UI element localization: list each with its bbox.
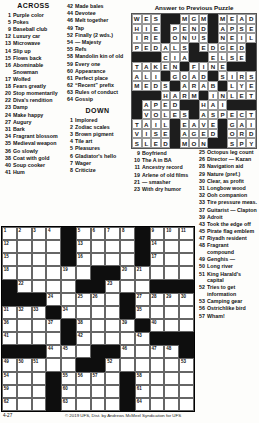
grid-cell[interactable]: 53 <box>179 358 194 371</box>
grid-block <box>120 385 135 398</box>
grid-cell[interactable]: 63 <box>61 398 76 411</box>
grid-cell[interactable] <box>164 319 179 332</box>
answer-cell: A <box>189 119 199 129</box>
grid-cell[interactable]: 14 <box>150 240 165 253</box>
down-clue-9: 9Boyfriend <box>131 150 193 157</box>
answer-cell: M <box>218 14 228 24</box>
grid-cell[interactable] <box>17 266 32 279</box>
grid-cell[interactable]: 13 <box>76 240 91 253</box>
grid-cell[interactable]: 56 <box>76 372 91 385</box>
grid-cell[interactable]: 8 <box>120 227 135 240</box>
answer-cell: E <box>227 110 237 120</box>
answer-block <box>246 100 256 110</box>
grid-cell[interactable]: 12 <box>2 240 17 253</box>
across-clue-34: 34Fragrant blossom <box>2 133 61 140</box>
grid-cell[interactable] <box>105 372 120 385</box>
grid-cell[interactable] <box>164 253 179 266</box>
clue-text: Refs <box>75 46 127 53</box>
grid-cell[interactable] <box>179 398 194 411</box>
answer-cell: S <box>151 14 161 24</box>
grid-cell[interactable] <box>32 332 47 345</box>
cell-number: 20 <box>122 267 127 272</box>
grid-cell[interactable] <box>91 306 106 319</box>
clue-text: Tire pressure meas. <box>207 199 257 206</box>
grid-cell[interactable] <box>76 266 91 279</box>
grid-cell[interactable] <box>32 266 47 279</box>
clue-number: 19 <box>131 172 142 179</box>
grid-cell[interactable]: 17 <box>150 253 165 266</box>
grid-cell[interactable]: 45 <box>61 345 76 358</box>
answer-cell: E <box>227 14 237 24</box>
answer-cell: I <box>208 91 218 101</box>
answer-block <box>180 62 190 72</box>
grid-cell[interactable] <box>179 385 194 398</box>
grid-cell[interactable] <box>179 266 194 279</box>
cell-number: 62 <box>4 399 9 404</box>
grid-cell[interactable]: 35 <box>135 306 150 319</box>
grid-cell[interactable] <box>179 319 194 332</box>
clue-number: 3 <box>64 131 75 138</box>
clue-text: Rules of conduct <box>75 89 127 96</box>
grid-block <box>164 280 179 293</box>
grid-cell[interactable] <box>164 398 179 411</box>
grid-cell[interactable]: 19 <box>61 266 76 279</box>
answer-cell: S <box>208 110 218 120</box>
grid-cell[interactable]: 5 <box>76 227 91 240</box>
grid-block <box>17 293 32 306</box>
clue-number: 50 <box>196 263 207 270</box>
grid-cell[interactable]: 16 <box>76 253 91 266</box>
grid-cell[interactable] <box>32 385 47 398</box>
grid-cell[interactable] <box>179 253 194 266</box>
grid-cell[interactable] <box>179 240 194 253</box>
grid-cell[interactable]: 51 <box>32 358 47 371</box>
cell-number: 44 <box>48 346 53 351</box>
grid-cell[interactable]: 62 <box>2 398 17 411</box>
grid-cell[interactable]: 27 <box>135 293 150 306</box>
answer-cell: E <box>199 129 209 139</box>
grid-cell[interactable] <box>91 398 106 411</box>
grid-cell[interactable] <box>46 240 61 253</box>
answer-cell: E <box>161 62 171 72</box>
grid-cell[interactable]: 6 <box>91 227 106 240</box>
grid-cell[interactable] <box>120 358 135 371</box>
cell-number: 40 <box>151 320 156 325</box>
cell-number: 2 <box>19 228 22 233</box>
grid-cell[interactable]: 38 <box>76 319 91 332</box>
answer-cell: V <box>132 129 142 139</box>
cell-number: 22 <box>19 281 24 286</box>
across-clue-52: 52Finally (2 wds.) <box>64 32 127 39</box>
grid-cell[interactable] <box>46 332 61 345</box>
answer-block <box>170 14 180 24</box>
grid-cell[interactable]: 11 <box>179 227 194 240</box>
answer-block <box>180 100 190 110</box>
grid-cell[interactable] <box>105 385 120 398</box>
grid-cell[interactable] <box>105 398 120 411</box>
answer-cell: D <box>246 14 256 24</box>
grid-cell[interactable] <box>135 345 150 358</box>
grid-cell[interactable]: 29 <box>164 293 179 306</box>
grid-cell[interactable] <box>32 253 47 266</box>
answer-cell: S <box>218 71 228 81</box>
grid-cell[interactable] <box>135 280 150 293</box>
grid-cell[interactable] <box>76 306 91 319</box>
grid-cell[interactable]: 46 <box>120 345 135 358</box>
grid-cell[interactable] <box>164 306 179 319</box>
grid-cell[interactable] <box>164 385 179 398</box>
clue-text: Diva's rendition <box>13 97 61 104</box>
clue-text: Long river <box>207 263 257 270</box>
answer-block <box>142 91 152 101</box>
clue-text: Stop momentarily <box>13 90 61 97</box>
grid-cell[interactable] <box>120 253 135 266</box>
grid-cell[interactable] <box>105 306 120 319</box>
grid-block <box>135 319 150 332</box>
answer-cell: E <box>142 14 152 24</box>
answer-cell: F <box>189 62 199 72</box>
grid-cell[interactable]: 59 <box>2 385 17 398</box>
clue-number: 35 <box>2 140 13 147</box>
answer-cell: E <box>199 43 209 53</box>
clue-text: The A in BA <box>142 157 193 164</box>
grid-cell[interactable] <box>91 332 106 345</box>
grid-cell[interactable] <box>164 372 179 385</box>
grid-cell[interactable] <box>179 306 194 319</box>
grid-cell[interactable]: 40 <box>150 319 165 332</box>
answer-cell: N <box>218 33 228 43</box>
grid-cell[interactable]: 15 <box>2 253 17 266</box>
down-clue-49: 49Genghis — <box>196 256 257 263</box>
across-clue-20: 20Stop momentarily <box>2 90 61 97</box>
cell-number: 47 <box>151 346 156 351</box>
grid-cell[interactable] <box>32 398 47 411</box>
cell-number: 31 <box>4 307 9 312</box>
clue-number: 38 <box>2 155 13 162</box>
grid-cell[interactable]: 24 <box>46 293 61 306</box>
grid-cell[interactable] <box>61 293 76 306</box>
answer-cell: D <box>208 43 218 53</box>
answer-cell: A <box>142 119 152 129</box>
clue-text: Ancestry record <box>142 164 193 171</box>
cell-number: 42 <box>78 333 83 338</box>
grid-cell[interactable] <box>17 253 32 266</box>
grid-cell[interactable]: 30 <box>179 293 194 306</box>
cell-number: 43 <box>137 333 142 338</box>
grid-cell[interactable] <box>105 293 120 306</box>
grid-cell[interactable]: 22 <box>17 280 32 293</box>
cell-number: 5 <box>78 228 81 233</box>
grid-cell[interactable]: 37 <box>46 319 61 332</box>
grid-cell[interactable]: 9 <box>150 227 165 240</box>
grid-cell[interactable]: 7 <box>105 227 120 240</box>
grid-block <box>46 372 61 385</box>
cell-number: 60 <box>63 386 68 391</box>
answer-cell: E <box>151 138 161 148</box>
grid-cell[interactable]: 23 <box>105 280 120 293</box>
clue-text: Hum <box>13 169 61 176</box>
down-clue-5: 5Pleasures <box>64 145 127 152</box>
grid-cell[interactable] <box>135 358 150 371</box>
grid-cell[interactable] <box>91 240 106 253</box>
puzzle-grid: 1234567891011121314151617181920212223242… <box>1 226 195 412</box>
cell-number: 59 <box>4 386 9 391</box>
cell-number: 11 <box>181 228 186 233</box>
grid-cell[interactable]: 21 <box>135 266 150 279</box>
clue-text: Luxury car <box>13 33 61 40</box>
grid-cell[interactable]: 55 <box>61 372 76 385</box>
answer-cell: W <box>132 14 142 24</box>
clue-number: 47 <box>196 235 207 242</box>
grid-cell[interactable]: 50 <box>17 358 32 371</box>
clue-number: 10 <box>131 157 142 164</box>
grid-cell[interactable]: 44 <box>46 345 61 358</box>
down-clue-43: 43Took the edge off <box>196 221 257 228</box>
grid-block <box>2 293 17 306</box>
answer-cell: K <box>151 62 161 72</box>
answer-cell: P <box>218 110 228 120</box>
clue-number: 26 <box>196 156 207 163</box>
answer-block <box>161 14 171 24</box>
down-clue-21: 21— smasher <box>131 179 193 186</box>
grid-cell[interactable] <box>164 358 179 371</box>
grid-cell[interactable] <box>46 266 61 279</box>
across-clue-24: 24Make happy <box>2 112 61 119</box>
grid-cell[interactable]: 18 <box>2 266 17 279</box>
clue-number: 7 <box>64 160 75 167</box>
cell-number: 1 <box>4 228 7 233</box>
grid-cell[interactable]: 49 <box>2 358 17 371</box>
answer-cell: M <box>199 14 209 24</box>
across-clue-27: 27Augury <box>2 119 61 126</box>
cell-number: 52 <box>107 359 112 364</box>
grid-cell[interactable]: 3 <box>32 227 47 240</box>
grid-cell[interactable] <box>91 253 106 266</box>
grid-cell[interactable] <box>120 240 135 253</box>
grid-cell[interactable] <box>179 372 194 385</box>
grid-cell[interactable] <box>46 358 61 371</box>
answer-cell: Y <box>246 138 256 148</box>
answer-cell: Y <box>237 81 247 91</box>
grid-cell[interactable] <box>164 240 179 253</box>
cell-number: 64 <box>137 399 142 404</box>
grid-cell[interactable]: 48 <box>164 345 179 358</box>
grid-cell[interactable]: 60 <box>61 385 76 398</box>
grid-cell[interactable] <box>46 280 61 293</box>
grid-cell[interactable] <box>150 398 165 411</box>
across-clue-41: 41Hum <box>2 169 61 176</box>
answer-block <box>189 100 199 110</box>
grid-cell[interactable]: 57 <box>91 372 106 385</box>
clue-number: 54 <box>64 39 75 46</box>
grid-cell[interactable]: 32 <box>17 306 32 319</box>
clue-text: Wham! <box>207 313 257 320</box>
grid-cell[interactable] <box>17 319 32 332</box>
grid-cell[interactable] <box>120 280 135 293</box>
clue-text: Fragrant compound <box>207 242 257 255</box>
grid-block <box>76 358 91 371</box>
down-clue-8: 8Criticize <box>64 167 127 174</box>
answer-cell: D <box>199 24 209 34</box>
across-clue-13: 13Microwave <box>2 40 61 47</box>
clue-number: 52 <box>64 32 75 39</box>
grid-block <box>2 280 17 293</box>
answer-cell: P <box>227 24 237 34</box>
answer-cell: I <box>132 33 142 43</box>
grid-cell[interactable]: 61 <box>135 385 150 398</box>
grid-cell[interactable] <box>17 332 32 345</box>
grid-cell[interactable] <box>91 385 106 398</box>
down-clue-50: 50Long river <box>196 263 257 270</box>
down-clue-10: 10The A in BA <box>131 157 193 164</box>
cell-number: 24 <box>48 294 53 299</box>
clue-text: Zodiac scales <box>75 124 127 131</box>
answer-block <box>237 100 247 110</box>
crossword-page: Answer to Previous Puzzle WESMGMMEADHIEP… <box>0 0 259 423</box>
clue-number: 64 <box>64 96 75 103</box>
clue-number: 6 <box>64 153 75 160</box>
down-clue-53: 53Camping gear <box>196 298 257 305</box>
clue-number: 31 <box>2 126 13 133</box>
grid-cell[interactable]: 52 <box>105 358 120 371</box>
grid-cell[interactable]: 2 <box>17 227 32 240</box>
grid-cell[interactable]: 33 <box>32 306 47 319</box>
grid-cell[interactable] <box>32 319 47 332</box>
answer-cell: A <box>199 110 209 120</box>
grid-cell[interactable]: 10 <box>164 227 179 240</box>
clue-number: 56 <box>196 305 207 312</box>
grid-cell[interactable] <box>17 398 32 411</box>
answer-cell: N <box>189 24 199 34</box>
grid-cell[interactable]: 34 <box>61 306 76 319</box>
answer-cell: A <box>189 71 199 81</box>
answer-cell: A <box>180 81 190 91</box>
grid-cell[interactable]: 47 <box>150 345 165 358</box>
grid-cell[interactable] <box>76 398 91 411</box>
grid-cell[interactable]: 43 <box>135 332 150 345</box>
grid-cell[interactable] <box>164 266 179 279</box>
grid-cell[interactable] <box>32 280 47 293</box>
answer-cell: A <box>237 119 247 129</box>
across-clue-58: 58Mandolin kin of old <box>64 53 127 60</box>
answer-cell: S <box>151 129 161 139</box>
answer-block <box>199 91 209 101</box>
down-clue-6: 6Gladiator's hello <box>64 153 127 160</box>
answer-block <box>218 129 228 139</box>
answer-cell: E <box>161 100 171 110</box>
cell-number: 25 <box>78 294 83 299</box>
answer-cell: I <box>151 71 161 81</box>
across-clue-40: 40Soup cooker <box>2 162 61 169</box>
grid-cell[interactable] <box>17 240 32 253</box>
clue-number: 33 <box>196 199 207 206</box>
grid-cell[interactable]: 26 <box>91 293 106 306</box>
answer-cell: I <box>218 100 228 110</box>
clue-text: Slip up <box>13 48 61 55</box>
grid-cell[interactable] <box>32 240 47 253</box>
grid-cell[interactable]: 20 <box>120 266 135 279</box>
answer-cell: V <box>199 119 209 129</box>
answer-cell: S <box>180 110 190 120</box>
grid-cell[interactable] <box>150 372 165 385</box>
answer-cell: G <box>227 119 237 129</box>
grid-cell[interactable] <box>105 253 120 266</box>
answer-cell: L <box>227 81 237 91</box>
grid-cell[interactable]: 36 <box>2 319 17 332</box>
grid-cell[interactable] <box>150 385 165 398</box>
grid-cell[interactable] <box>105 240 120 253</box>
answer-cell: P <box>132 43 142 53</box>
across-clue-49: 49Tap <box>64 25 127 32</box>
grid-cell[interactable] <box>61 358 76 371</box>
grid-cell[interactable]: 1 <box>2 227 17 240</box>
grid-cell[interactable] <box>17 372 32 385</box>
grid-cell[interactable] <box>17 385 32 398</box>
grid-cell[interactable] <box>105 319 120 332</box>
grid-cell[interactable] <box>61 280 76 293</box>
grid-cell[interactable] <box>150 358 165 371</box>
grid-cell[interactable] <box>91 319 106 332</box>
grid-cell[interactable]: 28 <box>150 293 165 306</box>
clue-number: 55 <box>64 46 75 53</box>
grid-block <box>61 253 76 266</box>
grid-cell[interactable]: 42 <box>76 332 91 345</box>
grid-cell[interactable] <box>120 332 135 345</box>
grid-cell[interactable]: 4 <box>46 227 61 240</box>
clue-text: Riyadh resident <box>207 235 257 242</box>
grid-cell[interactable]: 25 <box>76 293 91 306</box>
grid-cell[interactable] <box>105 332 120 345</box>
answer-cell: A <box>161 43 171 53</box>
grid-cell[interactable] <box>76 385 91 398</box>
grid-cell[interactable] <box>76 345 91 358</box>
cell-number: 14 <box>151 241 156 246</box>
cell-number: 56 <box>78 373 83 378</box>
cell-number: 10 <box>166 228 171 233</box>
answer-cell: R <box>237 129 247 139</box>
grid-cell[interactable]: 39 <box>120 319 135 332</box>
down-clue-2: 2Zodiac scales <box>64 124 127 131</box>
grid-cell[interactable] <box>46 253 61 266</box>
grid-block <box>91 280 106 293</box>
grid-block <box>91 358 106 371</box>
answer-cell: O <box>170 33 180 43</box>
down-clue-7: 7Wager <box>64 160 127 167</box>
clue-number: 11 <box>131 164 142 171</box>
grid-cell[interactable] <box>32 372 47 385</box>
answer-cell: A <box>208 100 218 110</box>
down-clue-33: 33Tire pressure meas. <box>196 199 257 206</box>
answer-cell: O <box>189 138 199 148</box>
grid-cell[interactable]: 54 <box>2 372 17 385</box>
clue-number: 5 <box>2 19 13 26</box>
clue-text: Melt together <box>75 17 127 24</box>
grid-cell[interactable]: 64 <box>135 398 150 411</box>
cell-number: 17 <box>151 254 156 259</box>
answer-block <box>208 138 218 148</box>
grid-cell[interactable] <box>150 266 165 279</box>
grid-cell[interactable]: 41 <box>2 332 17 345</box>
grid-cell[interactable]: 31 <box>2 306 17 319</box>
grid-block <box>76 280 91 293</box>
across-clue-17: 17Wolfed <box>2 76 61 83</box>
answer-cell: I <box>170 52 180 62</box>
grid-cell[interactable] <box>150 306 165 319</box>
grid-block <box>32 293 47 306</box>
answer-block <box>199 52 209 62</box>
clue-number: 8 <box>64 167 75 174</box>
grid-cell[interactable]: 58 <box>135 372 150 385</box>
